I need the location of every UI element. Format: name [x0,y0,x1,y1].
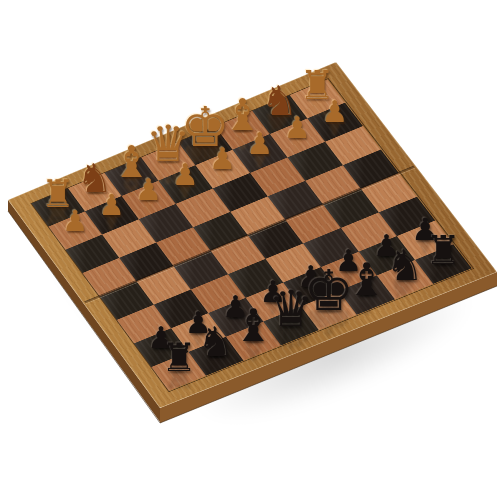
piece-glyph: ♟ [246,128,273,158]
piece-black-bishop-c8[interactable]: ♝♝ [233,303,273,348]
piece-glyph: ♟ [209,144,236,174]
piece-white-pawn-d2[interactable]: ♟♟ [172,159,199,189]
piece-white-pawn-g2[interactable]: ♟♟ [284,113,311,143]
piece-black-rook-h8[interactable]: ♜♜ [425,230,461,270]
piece-glyph: ♟ [62,206,88,235]
piece-black-queen-d8[interactable]: ♛♛ [269,284,314,334]
piece-glyph: ♟ [99,191,125,220]
piece-glyph: ♜ [425,230,461,270]
piece-glyph: ♟ [284,113,311,143]
piece-white-pawn-f2[interactable]: ♟♟ [246,128,273,158]
piece-black-knight-b8[interactable]: ♞♞ [198,322,235,363]
piece-glyph: ♞ [386,244,424,286]
piece-black-knight-g8[interactable]: ♞♞ [386,244,424,286]
piece-white-pawn-b2[interactable]: ♟♟ [99,191,125,220]
piece-glyph: ♟ [135,175,162,205]
piece-glyph: ♝ [233,303,273,348]
piece-black-rook-a8[interactable]: ♜♜ [161,339,196,378]
piece-white-pawn-e2[interactable]: ♟♟ [209,144,236,174]
piece-white-pawn-h2[interactable]: ♟♟ [322,97,349,127]
piece-white-pawn-c2[interactable]: ♟♟ [135,175,162,205]
piece-glyph: ♞ [198,322,235,363]
piece-glyph: ♟ [172,159,199,189]
piece-glyph: ♟ [322,97,349,127]
piece-glyph: ♜ [161,339,196,378]
piece-white-pawn-a2[interactable]: ♟♟ [62,206,88,235]
chess-photo-scene: ♜♜♞♞♝♝♛♛♚♚♝♝♞♞♜♜♟♟♟♟♟♟♟♟♟♟♟♟♟♟♟♟♟♟♟♟♟♟♟♟… [0,0,500,500]
piece-glyph: ♛ [269,284,314,334]
